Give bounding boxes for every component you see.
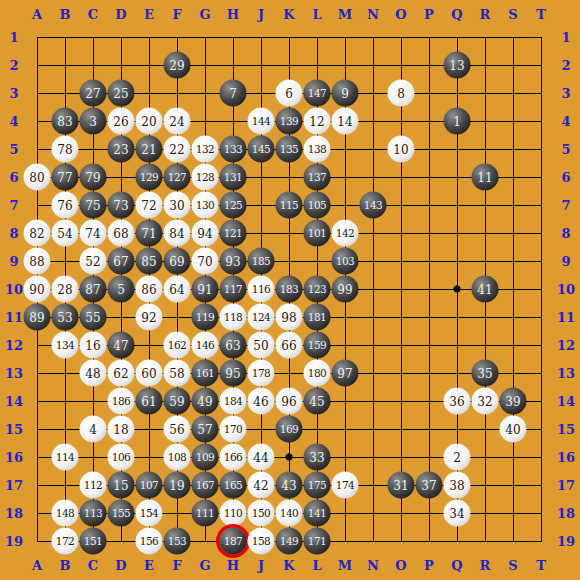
stone-black-55-C11: 55: [80, 304, 107, 331]
stone-white-68-D8: 68: [108, 220, 135, 247]
stone-black-125-H7: 125: [220, 192, 247, 219]
column-label-bottom: B: [60, 559, 71, 572]
stone-black-175-L17: 175: [304, 472, 331, 499]
stone-black-91-G10: 91: [192, 276, 219, 303]
stone-white-24-F4: 24: [164, 108, 191, 135]
stone-white-40-S15: 40: [500, 416, 527, 443]
row-label-right: 1: [561, 31, 570, 44]
stone-white-42-J17: 42: [248, 472, 275, 499]
stone-black-49-G14: 49: [192, 388, 219, 415]
stone-black-1-Q4: 1: [444, 108, 471, 135]
grid-line-vertical: [513, 37, 514, 542]
row-label-right: 4: [561, 115, 570, 128]
stone-black-115-K7: 115: [276, 192, 303, 219]
column-label-bottom: F: [172, 559, 181, 572]
stone-black-57-G15: 57: [192, 416, 219, 443]
column-label-bottom: S: [508, 559, 517, 572]
stone-black-117-H10: 117: [220, 276, 247, 303]
stone-white-134-B12: 134: [52, 332, 79, 359]
stone-black-129-E6: 129: [136, 164, 163, 191]
stone-black-13-Q2: 13: [444, 52, 471, 79]
column-label-bottom: N: [367, 559, 379, 572]
column-label-top: J: [258, 8, 264, 21]
stone-white-10-O5: 10: [388, 136, 415, 163]
grid-line-vertical: [401, 37, 402, 542]
stone-white-78-B5: 78: [52, 136, 79, 163]
stone-black-97-M13: 97: [332, 360, 359, 387]
row-label-left: 3: [9, 87, 18, 100]
stone-black-87-C10: 87: [80, 276, 107, 303]
row-label-left: 15: [5, 423, 23, 436]
stone-black-183-K10: 183: [276, 276, 303, 303]
stone-white-110-H18: 110: [220, 500, 247, 527]
stone-black-185-J9: 185: [248, 248, 275, 275]
row-label-left: 6: [9, 171, 18, 184]
stone-white-84-F8: 84: [164, 220, 191, 247]
grid-line-vertical: [541, 37, 542, 542]
column-label-top: M: [338, 8, 352, 21]
stone-white-106-D16: 106: [108, 444, 135, 471]
stone-white-142-M8: 142: [332, 220, 359, 247]
row-label-right: 8: [561, 227, 570, 240]
column-label-bottom: M: [338, 559, 352, 572]
stone-black-59-F14: 59: [164, 388, 191, 415]
stone-white-32-R14: 32: [472, 388, 499, 415]
stone-white-170-H15: 170: [220, 416, 247, 443]
stone-black-107-E17: 107: [136, 472, 163, 499]
column-label-top: N: [367, 8, 379, 21]
stone-white-112-C17: 112: [80, 472, 107, 499]
stone-white-20-E4: 20: [136, 108, 163, 135]
row-label-left: 7: [9, 199, 18, 212]
stone-black-133-H5: 133: [220, 136, 247, 163]
stone-white-98-K11: 98: [276, 304, 303, 331]
stone-black-39-S14: 39: [500, 388, 527, 415]
row-label-right: 9: [561, 255, 570, 268]
stone-white-48-C13: 48: [80, 360, 107, 387]
stone-white-108-F16: 108: [164, 444, 191, 471]
stone-white-80-A6: 80: [24, 164, 51, 191]
stone-black-5-D10: 5: [108, 276, 135, 303]
column-label-top: P: [424, 8, 434, 21]
stone-black-21-E5: 21: [136, 136, 163, 163]
stone-black-41-R10: 41: [472, 276, 499, 303]
row-label-right: 12: [557, 339, 575, 352]
column-label-top: T: [536, 8, 546, 21]
stone-black-11-R6: 11: [472, 164, 499, 191]
column-label-bottom: T: [536, 559, 546, 572]
stone-white-130-G7: 130: [192, 192, 219, 219]
stone-white-154-E18: 154: [136, 500, 163, 527]
row-label-left: 8: [9, 227, 18, 240]
stone-white-54-B8: 54: [52, 220, 79, 247]
stone-black-113-C18: 113: [80, 500, 107, 527]
stone-white-72-E7: 72: [136, 192, 163, 219]
stone-black-69-F9: 69: [164, 248, 191, 275]
stone-white-56-F15: 56: [164, 416, 191, 443]
column-label-bottom: C: [88, 559, 98, 572]
column-label-bottom: G: [199, 559, 210, 572]
stone-white-88-A9: 88: [24, 248, 51, 275]
column-label-top: H: [227, 8, 239, 21]
stone-white-114-B16: 114: [52, 444, 79, 471]
stone-black-25-D3: 25: [108, 80, 135, 107]
stone-white-156-E19: 156: [136, 528, 163, 555]
row-label-right: 5: [561, 143, 570, 156]
stone-black-93-H9: 93: [220, 248, 247, 275]
stone-white-44-J16: 44: [248, 444, 275, 471]
stone-white-38-Q17: 38: [444, 472, 471, 499]
row-label-right: 11: [557, 311, 575, 324]
stone-black-105-L7: 105: [304, 192, 331, 219]
stone-black-61-E14: 61: [136, 388, 163, 415]
stone-white-46-J14: 46: [248, 388, 275, 415]
stone-white-96-K14: 96: [276, 388, 303, 415]
stone-black-153-F19: 153: [164, 528, 191, 555]
stone-black-73-D7: 73: [108, 192, 135, 219]
stone-white-90-A10: 90: [24, 276, 51, 303]
stone-white-52-C9: 52: [80, 248, 107, 275]
stone-white-18-D15: 18: [108, 416, 135, 443]
row-label-right: 6: [561, 171, 570, 184]
stone-white-158-J19: 158: [248, 528, 275, 555]
column-label-bottom: K: [283, 559, 294, 572]
stone-white-92-E11: 92: [136, 304, 163, 331]
stone-black-53-B11: 53: [52, 304, 79, 331]
column-label-top: O: [395, 8, 406, 21]
stone-white-76-B7: 76: [52, 192, 79, 219]
stone-white-2-Q16: 2: [444, 444, 471, 471]
stone-black-143-N7: 143: [360, 192, 387, 219]
stone-black-35-R13: 35: [472, 360, 499, 387]
stone-white-6-K3: 6: [276, 80, 303, 107]
column-label-bottom: E: [144, 559, 154, 572]
stone-black-15-D17: 15: [108, 472, 135, 499]
column-label-bottom: D: [115, 559, 126, 572]
stone-black-63-H12: 63: [220, 332, 247, 359]
stone-white-166-H16: 166: [220, 444, 247, 471]
row-label-left: 5: [9, 143, 18, 156]
stone-white-36-Q14: 36: [444, 388, 471, 415]
stone-white-34-Q18: 34: [444, 500, 471, 527]
stone-black-71-E8: 71: [136, 220, 163, 247]
stone-black-103-M9: 103: [332, 248, 359, 275]
stone-black-29-F2: 29: [164, 52, 191, 79]
stone-black-9-M3: 9: [332, 80, 359, 107]
stone-black-45-L14: 45: [304, 388, 331, 415]
stone-white-94-G8: 94: [192, 220, 219, 247]
column-label-top: R: [480, 8, 491, 21]
stone-black-47-D12: 47: [108, 332, 135, 359]
row-label-right: 15: [557, 423, 575, 436]
column-label-bottom: P: [424, 559, 434, 572]
stone-black-187-H19: 187: [220, 528, 247, 555]
stone-white-148-B18: 148: [52, 500, 79, 527]
stone-black-27-C3: 27: [80, 80, 107, 107]
row-label-right: 10: [557, 283, 575, 296]
row-label-left: 18: [5, 507, 23, 520]
column-label-top: Q: [451, 8, 462, 21]
grid-line-vertical: [373, 37, 374, 542]
stone-white-150-J18: 150: [248, 500, 275, 527]
stone-black-155-D18: 155: [108, 500, 135, 527]
column-label-bottom: L: [312, 559, 321, 572]
stone-black-165-H17: 165: [220, 472, 247, 499]
stone-black-37-P17: 37: [416, 472, 443, 499]
column-label-bottom: H: [227, 559, 239, 572]
stone-white-140-K18: 140: [276, 500, 303, 527]
column-label-bottom: O: [395, 559, 406, 572]
stone-white-60-E13: 60: [136, 360, 163, 387]
stone-white-86-E10: 86: [136, 276, 163, 303]
column-label-top: L: [312, 8, 321, 21]
go-board[interactable]: AABBCCDDEEFFGGHHJJKKLLMMNNOOPPQQRRSSTT11…: [0, 0, 580, 580]
stone-black-111-G18: 111: [192, 500, 219, 527]
row-label-left: 1: [9, 31, 18, 44]
stone-white-174-M17: 174: [332, 472, 359, 499]
column-label-top: C: [88, 8, 98, 21]
column-label-bottom: Q: [451, 559, 462, 572]
row-label-right: 16: [557, 451, 575, 464]
star-point: [286, 454, 293, 461]
stone-black-127-F6: 127: [164, 164, 191, 191]
row-label-left: 13: [5, 367, 23, 380]
stone-black-149-K19: 149: [276, 528, 303, 555]
stone-black-31-O17: 31: [388, 472, 415, 499]
stone-black-99-M10: 99: [332, 276, 359, 303]
stone-white-12-L4: 12: [304, 108, 331, 135]
stone-black-159-L12: 159: [304, 332, 331, 359]
stone-white-162-F12: 162: [164, 332, 191, 359]
column-label-bottom: J: [258, 559, 264, 572]
star-point: [454, 286, 461, 293]
stone-black-169-K15: 169: [276, 416, 303, 443]
stone-white-22-F5: 22: [164, 136, 191, 163]
row-label-right: 2: [561, 59, 570, 72]
stone-white-4-C15: 4: [80, 416, 107, 443]
row-label-right: 3: [561, 87, 570, 100]
row-label-right: 17: [557, 479, 575, 492]
stone-white-28-B10: 28: [52, 276, 79, 303]
stone-black-123-L10: 123: [304, 276, 331, 303]
stone-black-151-C19: 151: [80, 528, 107, 555]
stone-white-178-J13: 178: [248, 360, 275, 387]
column-label-top: A: [32, 8, 42, 21]
stone-black-83-B4: 83: [52, 108, 79, 135]
row-label-right: 7: [561, 199, 570, 212]
stone-white-118-H11: 118: [220, 304, 247, 331]
stone-black-19-F17: 19: [164, 472, 191, 499]
stone-black-109-G16: 109: [192, 444, 219, 471]
stone-black-3-C4: 3: [80, 108, 107, 135]
column-label-top: S: [508, 8, 517, 21]
stone-black-77-B6: 77: [52, 164, 79, 191]
stone-black-23-D5: 23: [108, 136, 135, 163]
stone-white-64-F10: 64: [164, 276, 191, 303]
stone-white-144-J4: 144: [248, 108, 275, 135]
stone-white-62-D13: 62: [108, 360, 135, 387]
row-label-right: 18: [557, 507, 575, 520]
stone-white-180-L13: 180: [304, 360, 331, 387]
stone-white-26-D4: 26: [108, 108, 135, 135]
column-label-top: K: [283, 8, 294, 21]
stone-black-135-K5: 135: [276, 136, 303, 163]
stone-black-67-D9: 67: [108, 248, 135, 275]
column-label-top: G: [199, 8, 210, 21]
stone-black-7-H3: 7: [220, 80, 247, 107]
row-label-left: 14: [5, 395, 23, 408]
stone-white-172-B19: 172: [52, 528, 79, 555]
stone-white-8-O3: 8: [388, 80, 415, 107]
stone-black-101-L8: 101: [304, 220, 331, 247]
column-label-bottom: A: [32, 559, 42, 572]
column-label-top: E: [144, 8, 154, 21]
row-label-left: 10: [5, 283, 23, 296]
stone-white-50-J12: 50: [248, 332, 275, 359]
stone-black-43-K17: 43: [276, 472, 303, 499]
row-label-right: 19: [557, 535, 575, 548]
stone-white-66-K12: 66: [276, 332, 303, 359]
stone-black-167-G17: 167: [192, 472, 219, 499]
stone-white-30-F7: 30: [164, 192, 191, 219]
stone-black-137-L6: 137: [304, 164, 331, 191]
column-label-bottom: R: [480, 559, 491, 572]
stone-black-139-K4: 139: [276, 108, 303, 135]
row-label-left: 12: [5, 339, 23, 352]
stone-white-128-G6: 128: [192, 164, 219, 191]
stone-black-95-H13: 95: [220, 360, 247, 387]
stone-white-132-G5: 132: [192, 136, 219, 163]
stone-white-146-G12: 146: [192, 332, 219, 359]
stone-black-161-G13: 161: [192, 360, 219, 387]
stone-white-14-M4: 14: [332, 108, 359, 135]
stone-white-116-J10: 116: [248, 276, 275, 303]
stone-white-70-G9: 70: [192, 248, 219, 275]
grid-line-vertical: [429, 37, 430, 542]
stone-white-16-C12: 16: [80, 332, 107, 359]
row-label-right: 13: [557, 367, 575, 380]
stone-white-186-D14: 186: [108, 388, 135, 415]
column-label-top: B: [60, 8, 71, 21]
stone-white-138-L5: 138: [304, 136, 331, 163]
stone-black-119-G11: 119: [192, 304, 219, 331]
stone-black-85-E9: 85: [136, 248, 163, 275]
row-label-right: 14: [557, 395, 575, 408]
column-label-top: F: [172, 8, 181, 21]
row-label-left: 2: [9, 59, 18, 72]
row-label-left: 4: [9, 115, 18, 128]
stone-black-131-H6: 131: [220, 164, 247, 191]
stone-black-121-H8: 121: [220, 220, 247, 247]
stone-black-75-C7: 75: [80, 192, 107, 219]
stone-white-82-A8: 82: [24, 220, 51, 247]
column-label-top: D: [115, 8, 126, 21]
stone-black-181-L11: 181: [304, 304, 331, 331]
stone-black-79-C6: 79: [80, 164, 107, 191]
row-label-left: 17: [5, 479, 23, 492]
stone-black-145-J5: 145: [248, 136, 275, 163]
stone-black-147-L3: 147: [304, 80, 331, 107]
stone-white-74-C8: 74: [80, 220, 107, 247]
stone-white-58-F13: 58: [164, 360, 191, 387]
stone-white-184-H14: 184: [220, 388, 247, 415]
stone-black-141-L18: 141: [304, 500, 331, 527]
row-label-left: 19: [5, 535, 23, 548]
stone-black-33-L16: 33: [304, 444, 331, 471]
row-label-left: 9: [9, 255, 18, 268]
row-label-left: 11: [5, 311, 23, 324]
stone-black-171-L19: 171: [304, 528, 331, 555]
row-label-left: 16: [5, 451, 23, 464]
stone-black-89-A11: 89: [24, 304, 51, 331]
stone-white-124-J11: 124: [248, 304, 275, 331]
